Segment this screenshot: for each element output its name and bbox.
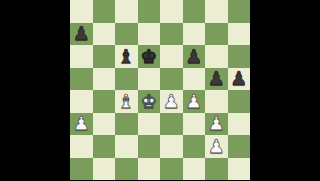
square-b5[interactable] xyxy=(93,68,116,91)
square-f3[interactable] xyxy=(183,113,206,136)
square-h3[interactable] xyxy=(228,113,251,136)
letterbox-right xyxy=(250,0,320,180)
white-pawn: ♟ xyxy=(185,91,202,110)
square-h5[interactable]: ♟ xyxy=(228,68,251,91)
square-e7[interactable] xyxy=(160,23,183,46)
square-c3[interactable] xyxy=(115,113,138,136)
square-a4[interactable] xyxy=(70,90,93,113)
chess-board: ♟♝♚♟♟♟♝♚♟♟♟♟♟ xyxy=(70,0,250,180)
square-f7[interactable] xyxy=(183,23,206,46)
square-b6[interactable] xyxy=(93,45,116,68)
square-c8[interactable] xyxy=(115,0,138,23)
square-f8[interactable] xyxy=(183,0,206,23)
square-h4[interactable] xyxy=(228,90,251,113)
square-b2[interactable] xyxy=(93,135,116,158)
square-c1[interactable] xyxy=(115,158,138,181)
white-king: ♚ xyxy=(140,91,157,110)
square-f1[interactable] xyxy=(183,158,206,181)
square-e5[interactable] xyxy=(160,68,183,91)
square-d3[interactable] xyxy=(138,113,161,136)
square-e8[interactable] xyxy=(160,0,183,23)
square-a5[interactable] xyxy=(70,68,93,91)
white-bishop: ♝ xyxy=(118,91,135,110)
black-bishop: ♝ xyxy=(118,46,135,65)
square-f5[interactable] xyxy=(183,68,206,91)
square-d5[interactable] xyxy=(138,68,161,91)
square-g8[interactable] xyxy=(205,0,228,23)
white-pawn: ♟ xyxy=(163,91,180,110)
square-c6[interactable]: ♝ xyxy=(115,45,138,68)
square-b1[interactable] xyxy=(93,158,116,181)
black-pawn: ♟ xyxy=(185,46,202,65)
square-c7[interactable] xyxy=(115,23,138,46)
square-h2[interactable] xyxy=(228,135,251,158)
square-g6[interactable] xyxy=(205,45,228,68)
square-c4[interactable]: ♝ xyxy=(115,90,138,113)
square-f6[interactable]: ♟ xyxy=(183,45,206,68)
square-h7[interactable] xyxy=(228,23,251,46)
square-b3[interactable] xyxy=(93,113,116,136)
white-pawn: ♟ xyxy=(208,136,225,155)
square-g1[interactable] xyxy=(205,158,228,181)
square-d8[interactable] xyxy=(138,0,161,23)
square-g3[interactable]: ♟ xyxy=(205,113,228,136)
square-b4[interactable] xyxy=(93,90,116,113)
square-g2[interactable]: ♟ xyxy=(205,135,228,158)
square-a6[interactable] xyxy=(70,45,93,68)
square-e2[interactable] xyxy=(160,135,183,158)
square-e6[interactable] xyxy=(160,45,183,68)
video-frame: ♟♝♚♟♟♟♝♚♟♟♟♟♟ xyxy=(0,0,320,180)
square-g5[interactable]: ♟ xyxy=(205,68,228,91)
square-d7[interactable] xyxy=(138,23,161,46)
square-g7[interactable] xyxy=(205,23,228,46)
square-g4[interactable] xyxy=(205,90,228,113)
square-b7[interactable] xyxy=(93,23,116,46)
square-a1[interactable] xyxy=(70,158,93,181)
square-a8[interactable] xyxy=(70,0,93,23)
square-a2[interactable] xyxy=(70,135,93,158)
black-pawn: ♟ xyxy=(208,69,225,88)
square-h6[interactable] xyxy=(228,45,251,68)
white-pawn: ♟ xyxy=(73,114,90,133)
square-h1[interactable] xyxy=(228,158,251,181)
letterbox-left xyxy=(0,0,70,180)
black-pawn: ♟ xyxy=(230,69,247,88)
square-c2[interactable] xyxy=(115,135,138,158)
black-pawn: ♟ xyxy=(73,24,90,43)
square-e1[interactable] xyxy=(160,158,183,181)
square-e3[interactable] xyxy=(160,113,183,136)
square-a7[interactable]: ♟ xyxy=(70,23,93,46)
white-pawn: ♟ xyxy=(208,114,225,133)
square-d4[interactable]: ♚ xyxy=(138,90,161,113)
square-d6[interactable]: ♚ xyxy=(138,45,161,68)
square-b8[interactable] xyxy=(93,0,116,23)
square-d1[interactable] xyxy=(138,158,161,181)
square-d2[interactable] xyxy=(138,135,161,158)
square-h8[interactable] xyxy=(228,0,251,23)
square-a3[interactable]: ♟ xyxy=(70,113,93,136)
black-king: ♚ xyxy=(140,46,157,65)
square-e4[interactable]: ♟ xyxy=(160,90,183,113)
square-c5[interactable] xyxy=(115,68,138,91)
square-f2[interactable] xyxy=(183,135,206,158)
square-f4[interactable]: ♟ xyxy=(183,90,206,113)
